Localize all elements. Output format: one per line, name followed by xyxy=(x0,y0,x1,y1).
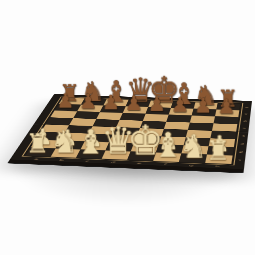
black-pawn[interactable]: ♟ xyxy=(215,97,238,117)
square-h6[interactable] xyxy=(214,116,239,124)
file-label-e: e xyxy=(126,161,153,165)
chess-board: ♜♞♝♛♚♝♞♜♟♟♟♟♟♟♟♟♟♟♟♟♟♟♟♟♜♞♝♛♚♝♞♜ abcdefg… xyxy=(10,94,252,169)
file-label-a: a xyxy=(23,157,50,161)
black-pawn[interactable]: ♟ xyxy=(99,93,122,113)
rank-label-3: 3 xyxy=(240,140,245,148)
white-knight[interactable]: ♞ xyxy=(50,127,76,158)
square-g1[interactable]: ♞ xyxy=(179,153,207,163)
file-label-c: c xyxy=(74,159,101,163)
square-f7[interactable]: ♟ xyxy=(169,108,194,116)
rank-label-4: 4 xyxy=(241,132,246,140)
rank-label-2: 2 xyxy=(239,147,244,155)
white-bishop[interactable]: ♝ xyxy=(153,128,179,162)
black-pawn[interactable]: ♟ xyxy=(168,95,191,115)
file-label-b: b xyxy=(48,158,75,162)
white-knight[interactable]: ♞ xyxy=(179,132,205,164)
file-label-f: f xyxy=(152,162,179,166)
square-e1[interactable]: ♚ xyxy=(127,151,156,161)
file-label-h: h xyxy=(204,165,231,169)
black-pawn[interactable]: ♟ xyxy=(122,94,145,114)
board-scene: ♜♞♝♛♚♝♞♜♟♟♟♟♟♟♟♟♟♟♟♟♟♟♟♟♜♞♝♛♚♝♞♜ abcdefg… xyxy=(10,94,252,169)
white-bishop[interactable]: ♝ xyxy=(76,126,102,159)
black-pawn[interactable]: ♟ xyxy=(54,91,77,111)
white-king[interactable]: ♚ xyxy=(127,120,153,161)
square-f1[interactable]: ♝ xyxy=(153,152,181,162)
square-h1[interactable]: ♜ xyxy=(205,154,232,164)
file-label-g: g xyxy=(178,163,205,167)
square-g7[interactable]: ♟ xyxy=(192,109,217,117)
playing-area: ♜♞♝♛♚♝♞♜♟♟♟♟♟♟♟♟♟♟♟♟♟♟♟♟♜♞♝♛♚♝♞♜ xyxy=(22,97,244,166)
board-grid: ♜♞♝♛♚♝♞♜♟♟♟♟♟♟♟♟♟♟♟♟♟♟♟♟♜♞♝♛♚♝♞♜ xyxy=(25,98,240,165)
square-e7[interactable]: ♟ xyxy=(146,107,171,115)
white-queen[interactable]: ♛ xyxy=(101,122,127,160)
black-pawn[interactable]: ♟ xyxy=(192,96,215,116)
file-label-d: d xyxy=(100,160,127,164)
square-h7[interactable]: ♟ xyxy=(215,110,239,118)
white-rook[interactable]: ♜ xyxy=(205,137,231,164)
rank-label-5: 5 xyxy=(242,124,247,132)
black-pawn[interactable]: ♟ xyxy=(145,95,168,115)
chess-set-photo: ♜♞♝♛♚♝♞♜♟♟♟♟♟♟♟♟♟♟♟♟♟♟♟♟♜♞♝♛♚♝♞♜ abcdefg… xyxy=(0,0,255,255)
black-pawn[interactable]: ♟ xyxy=(77,92,100,112)
white-rook[interactable]: ♜ xyxy=(25,130,51,157)
rank-label-1: 1 xyxy=(237,156,242,165)
